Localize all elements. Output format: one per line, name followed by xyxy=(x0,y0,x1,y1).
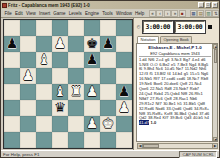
square-b4[interactable] xyxy=(20,84,36,100)
square-e1[interactable] xyxy=(68,132,84,148)
move-list[interactable]: 1.d4 Nf6 2.c4 g6 3.Nc3 Bg7 4.e4 d6 5.Nf3… xyxy=(139,58,211,127)
square-g1[interactable] xyxy=(100,132,116,148)
square-c3[interactable] xyxy=(36,100,52,116)
square-g3[interactable] xyxy=(100,100,116,116)
menu-items: FileEditViewInsertGameLevelsEngineToolsW… xyxy=(3,11,146,16)
square-e6[interactable] xyxy=(68,52,84,68)
white-bishop[interactable]: ♝ xyxy=(36,52,52,68)
square-a4[interactable] xyxy=(4,84,20,100)
square-c6[interactable]: ♝ xyxy=(36,52,52,68)
first-move-icon[interactable]: « xyxy=(149,10,156,17)
maximize-button[interactable]: □ xyxy=(205,2,211,8)
flip-board-icon[interactable]: ⇅ xyxy=(212,10,219,17)
menu-bar: FileEditViewInsertGameLevelsEngineToolsW… xyxy=(1,9,219,18)
menu-engine[interactable]: Engine xyxy=(83,11,100,16)
square-g8[interactable] xyxy=(100,20,116,36)
menu-tools[interactable]: Tools xyxy=(101,11,115,16)
white-pawn[interactable]: ♟ xyxy=(20,68,36,84)
moves-text[interactable]: 1.d4 Nf6 2.c4 g6 3.Nc3 Bg7 4.e4 d6 5.Nf3… xyxy=(139,57,209,121)
white-rook[interactable]: ♜ xyxy=(68,84,84,100)
menu-help[interactable]: Help xyxy=(134,11,146,16)
square-b7[interactable] xyxy=(20,36,36,52)
square-d4[interactable]: ♝ xyxy=(52,84,68,100)
selected-move[interactable]: 41.d7 xyxy=(139,120,149,125)
white-pawn[interactable]: ♟ xyxy=(52,36,68,52)
square-h2[interactable] xyxy=(116,116,132,132)
square-a6[interactable] xyxy=(4,52,20,68)
status-indicators: CAP NUM SCRL xyxy=(179,151,217,158)
horizontal-scrollbar[interactable]: ◀ ▶ xyxy=(137,143,218,149)
toolbar: «‹›»■▦▤▥⇅!?✱▭≡◔▯∞▲❐? xyxy=(146,10,220,17)
square-d1[interactable] xyxy=(52,132,68,148)
square-g4[interactable] xyxy=(100,84,116,100)
status-text: For Help, press F1 xyxy=(3,152,39,157)
square-h3[interactable]: ♟ xyxy=(116,100,132,116)
square-e5[interactable] xyxy=(68,68,84,84)
title-bar[interactable]: Fritz - Capablanca mem 1943 (E92) 1-0 _ … xyxy=(1,1,219,9)
black-pawn[interactable]: ♟ xyxy=(84,52,100,68)
black-clock: 3:00:00 xyxy=(175,21,206,33)
app-window: Fritz - Capablanca mem 1943 (E92) 1-0 _ … xyxy=(0,0,220,158)
square-e3[interactable] xyxy=(68,100,84,116)
square-f4[interactable]: ♟ xyxy=(84,84,100,100)
square-g7[interactable]: ♟ xyxy=(100,36,116,52)
menu-view[interactable]: View xyxy=(24,11,37,16)
menu-insert[interactable]: Insert xyxy=(37,11,51,16)
square-g5[interactable] xyxy=(100,68,116,84)
chess-board[interactable]: ♟♟♚♟♝♟♟♝♜♟♟♛♟♟♚ xyxy=(3,19,133,149)
toolbar-group: ▦▤▥⇅!?✱ xyxy=(190,10,220,17)
menu-levels[interactable]: Levels xyxy=(67,11,83,16)
toolbar-group: «‹›»■ xyxy=(149,10,186,17)
vertical-scrollbar[interactable]: ▲ ▼ xyxy=(212,44,217,141)
app-icon xyxy=(2,3,7,8)
engine-indicator xyxy=(208,25,212,29)
square-b6[interactable] xyxy=(20,52,36,68)
menu-file[interactable]: File xyxy=(3,11,13,16)
game-result: 1-0 xyxy=(149,120,156,125)
square-c8[interactable] xyxy=(36,20,52,36)
board-panel: ♟♟♚♟♝♟♟♝♜♟♟♛♟♟♚ xyxy=(1,18,134,150)
square-f3[interactable] xyxy=(84,100,100,116)
square-f2[interactable]: ♟ xyxy=(84,116,100,132)
white-king[interactable]: ♚ xyxy=(100,116,116,132)
close-button[interactable]: × xyxy=(212,2,218,8)
vertical-scroll-thumb[interactable] xyxy=(214,49,217,63)
square-e7[interactable] xyxy=(68,36,84,52)
square-d3[interactable]: ♛ xyxy=(52,100,68,116)
square-f8[interactable] xyxy=(84,20,100,36)
horizontal-scroll-thumb[interactable] xyxy=(143,144,159,148)
square-d8[interactable] xyxy=(52,20,68,36)
black-pawn[interactable]: ♟ xyxy=(4,36,20,52)
scroll-down-icon[interactable]: ▼ xyxy=(213,137,217,142)
white-bishop[interactable]: ♝ xyxy=(52,84,68,100)
tab-notation[interactable]: Notation xyxy=(137,36,159,43)
square-d2[interactable] xyxy=(52,116,68,132)
square-g6[interactable] xyxy=(100,52,116,68)
square-h5[interactable] xyxy=(116,68,132,84)
square-b1[interactable] xyxy=(20,132,36,148)
square-e8[interactable] xyxy=(68,20,84,36)
notation-tabs: Notation Opening Book xyxy=(136,36,218,43)
status-bar: For Help, press F1 CAP NUM SCRL xyxy=(1,150,219,157)
window-title: Fritz - Capablanca mem 1943 (E92) 1-0 xyxy=(8,3,197,8)
tab-opening-book[interactable]: Opening Book xyxy=(160,36,192,43)
new-game-icon[interactable]: ▦ xyxy=(190,10,197,17)
menu-window[interactable]: Window xyxy=(114,11,133,16)
notation-panel[interactable]: Eliskases,E - Michel,P 1-0 E92 Capablanc… xyxy=(136,43,218,142)
square-h1[interactable] xyxy=(116,132,132,148)
open-game-icon[interactable]: ▤ xyxy=(197,10,204,17)
square-b5[interactable]: ♟ xyxy=(20,68,36,84)
square-e2[interactable] xyxy=(68,116,84,132)
clock-mode-icon[interactable]: ◴ xyxy=(136,24,141,29)
square-a2[interactable] xyxy=(4,116,20,132)
black-pawn[interactable]: ♟ xyxy=(100,36,116,52)
black-queen[interactable]: ♛ xyxy=(52,100,68,116)
square-c5[interactable] xyxy=(36,68,52,84)
square-a1[interactable] xyxy=(4,132,20,148)
square-f5[interactable] xyxy=(84,68,100,84)
white-pawn[interactable]: ♟ xyxy=(116,100,132,116)
square-a8[interactable] xyxy=(4,20,20,36)
square-b2[interactable] xyxy=(20,116,36,132)
black-king[interactable]: ♚ xyxy=(84,36,100,52)
white-pawn[interactable]: ♟ xyxy=(84,116,100,132)
back-icon[interactable]: ‹ xyxy=(156,10,163,17)
square-a3[interactable] xyxy=(4,100,20,116)
scroll-up-icon[interactable]: ▲ xyxy=(213,44,217,49)
square-c4[interactable] xyxy=(36,84,52,100)
main-area: ♟♟♚♟♝♟♟♝♜♟♟♛♟♟♚ ◴ 3:00:00 3:00:00 Notati… xyxy=(1,18,219,150)
square-a5[interactable] xyxy=(4,68,20,84)
square-c1[interactable] xyxy=(36,132,52,148)
save-game-icon[interactable]: ▥ xyxy=(205,10,212,17)
menu-edit[interactable]: Edit xyxy=(13,11,24,16)
square-d6[interactable] xyxy=(52,52,68,68)
square-h4[interactable]: ♟ xyxy=(116,84,132,100)
game-header: Eliskases,E - Michel,P 1-0 xyxy=(139,45,211,51)
menu-game[interactable]: Game xyxy=(52,11,67,16)
square-d7[interactable]: ♟ xyxy=(52,36,68,52)
square-g2[interactable]: ♚ xyxy=(100,116,116,132)
square-h6[interactable] xyxy=(116,52,132,68)
last-move-icon[interactable]: » xyxy=(171,10,178,17)
right-panel: ◴ 3:00:00 3:00:00 Notation Opening Book … xyxy=(134,18,219,150)
square-b8[interactable] xyxy=(20,20,36,36)
square-a7[interactable]: ♟ xyxy=(4,36,20,52)
minimize-button[interactable]: _ xyxy=(198,2,204,8)
square-h7[interactable] xyxy=(116,36,132,52)
square-h8[interactable] xyxy=(116,20,132,36)
stop-icon[interactable]: ■ xyxy=(179,10,186,17)
white-clock: 3:00:00 xyxy=(143,21,174,33)
square-b3[interactable] xyxy=(20,100,36,116)
forward-icon[interactable]: › xyxy=(164,10,171,17)
square-d5[interactable] xyxy=(52,68,68,84)
square-f1[interactable] xyxy=(84,132,100,148)
square-e4[interactable]: ♜ xyxy=(68,84,84,100)
clock-row: ◴ 3:00:00 3:00:00 xyxy=(136,20,218,33)
scroll-right-icon[interactable]: ▶ xyxy=(212,144,217,148)
square-c7[interactable] xyxy=(36,36,52,52)
square-f6[interactable]: ♟ xyxy=(84,52,100,68)
square-c2[interactable] xyxy=(36,116,52,132)
white-pawn[interactable]: ♟ xyxy=(84,84,100,100)
square-f7[interactable]: ♚ xyxy=(84,36,100,52)
black-pawn[interactable]: ♟ xyxy=(116,84,132,100)
